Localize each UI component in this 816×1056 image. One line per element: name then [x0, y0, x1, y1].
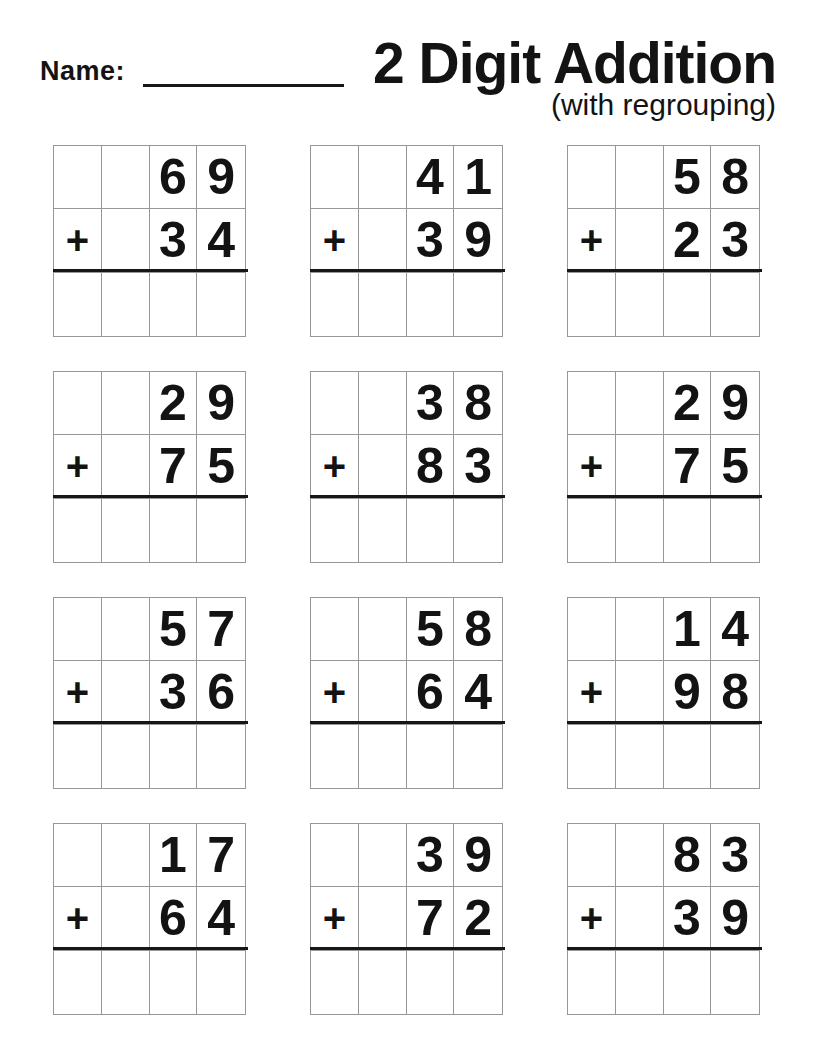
empty-cell — [359, 598, 407, 661]
answer-cell[interactable] — [711, 499, 759, 562]
sum-rule-line — [53, 721, 248, 724]
sum-rule-line — [310, 947, 505, 950]
answer-cell[interactable] — [54, 951, 102, 1014]
sum-rule-line — [53, 495, 248, 498]
answer-cell[interactable] — [711, 725, 759, 788]
top-ones-digit: 9 — [711, 372, 759, 435]
sum-rule-line — [567, 495, 762, 498]
plus-operator: + — [54, 209, 102, 272]
empty-cell — [102, 435, 150, 498]
addition-problem-3: 58+23 — [567, 145, 760, 337]
empty-cell — [102, 209, 150, 272]
empty-cell — [102, 661, 150, 724]
bottom-ones-digit: 4 — [197, 887, 245, 950]
sum-rule-line — [53, 269, 248, 272]
top-ones-digit: 8 — [711, 146, 759, 209]
answer-cell[interactable] — [711, 273, 759, 336]
addition-problem-1: 69+34 — [53, 145, 246, 337]
answer-cell[interactable] — [150, 273, 198, 336]
empty-cell — [311, 598, 359, 661]
empty-cell — [311, 824, 359, 887]
plus-operator: + — [568, 209, 616, 272]
answer-cell[interactable] — [197, 273, 245, 336]
empty-cell — [568, 146, 616, 209]
bottom-tens-digit: 6 — [407, 661, 455, 724]
answer-cell[interactable] — [454, 725, 502, 788]
empty-cell — [616, 661, 664, 724]
top-ones-digit: 7 — [197, 824, 245, 887]
top-ones-digit: 3 — [711, 824, 759, 887]
plus-operator: + — [311, 887, 359, 950]
empty-cell — [102, 146, 150, 209]
plus-operator: + — [311, 435, 359, 498]
empty-cell — [616, 146, 664, 209]
answer-cell[interactable] — [407, 499, 455, 562]
answer-cell[interactable] — [568, 725, 616, 788]
top-tens-digit: 3 — [407, 372, 455, 435]
answer-cell[interactable] — [359, 273, 407, 336]
answer-cell[interactable] — [102, 273, 150, 336]
answer-cell[interactable] — [616, 273, 664, 336]
addition-problem-11: 39+72 — [310, 823, 503, 1015]
answer-cell[interactable] — [54, 499, 102, 562]
sum-rule-line — [310, 269, 505, 272]
bottom-tens-digit: 3 — [150, 661, 198, 724]
addition-problem-5: 38+83 — [310, 371, 503, 563]
answer-cell[interactable] — [311, 725, 359, 788]
plus-operator: + — [54, 887, 102, 950]
top-ones-digit: 1 — [454, 146, 502, 209]
top-tens-digit: 5 — [150, 598, 198, 661]
answer-cell[interactable] — [197, 725, 245, 788]
bottom-tens-digit: 3 — [150, 209, 198, 272]
bottom-tens-digit: 6 — [150, 887, 198, 950]
bottom-ones-digit: 4 — [197, 209, 245, 272]
addition-problem-4: 29+75 — [53, 371, 246, 563]
page-subtitle: (with regrouping) — [551, 88, 776, 122]
bottom-ones-digit: 9 — [711, 887, 759, 950]
bottom-ones-digit: 5 — [197, 435, 245, 498]
answer-cell[interactable] — [359, 499, 407, 562]
bottom-ones-digit: 5 — [711, 435, 759, 498]
answer-cell[interactable] — [616, 499, 664, 562]
addition-problem-6: 29+75 — [567, 371, 760, 563]
top-tens-digit: 3 — [407, 824, 455, 887]
answer-cell[interactable] — [150, 951, 198, 1014]
answer-cell[interactable] — [454, 951, 502, 1014]
empty-cell — [568, 824, 616, 887]
answer-cell[interactable] — [150, 725, 198, 788]
bottom-tens-digit: 8 — [407, 435, 455, 498]
answer-cell[interactable] — [407, 725, 455, 788]
answer-cell[interactable] — [568, 499, 616, 562]
sum-rule-line — [53, 947, 248, 950]
addition-problem-10: 17+64 — [53, 823, 246, 1015]
top-ones-digit: 8 — [454, 598, 502, 661]
top-tens-digit: 2 — [150, 372, 198, 435]
top-ones-digit: 4 — [711, 598, 759, 661]
answer-cell[interactable] — [664, 951, 712, 1014]
answer-cell[interactable] — [664, 499, 712, 562]
empty-cell — [311, 372, 359, 435]
top-ones-digit: 9 — [197, 146, 245, 209]
bottom-tens-digit: 7 — [150, 435, 198, 498]
name-label: Name: — [40, 56, 125, 87]
addition-problem-7: 57+36 — [53, 597, 246, 789]
answer-cell[interactable] — [311, 273, 359, 336]
answer-cell[interactable] — [407, 951, 455, 1014]
empty-cell — [616, 435, 664, 498]
answer-cell[interactable] — [197, 951, 245, 1014]
bottom-ones-digit: 2 — [454, 887, 502, 950]
answer-cell[interactable] — [616, 725, 664, 788]
empty-cell — [359, 887, 407, 950]
empty-cell — [54, 146, 102, 209]
bottom-ones-digit: 4 — [454, 661, 502, 724]
empty-cell — [568, 598, 616, 661]
answer-cell[interactable] — [407, 273, 455, 336]
bottom-tens-digit: 2 — [664, 209, 712, 272]
empty-cell — [616, 824, 664, 887]
empty-cell — [359, 435, 407, 498]
answer-cell[interactable] — [311, 499, 359, 562]
answer-cell[interactable] — [102, 499, 150, 562]
plus-operator: + — [311, 661, 359, 724]
plus-operator: + — [568, 435, 616, 498]
bottom-ones-digit: 8 — [711, 661, 759, 724]
bottom-tens-digit: 7 — [407, 887, 455, 950]
empty-cell — [54, 372, 102, 435]
bottom-tens-digit: 3 — [664, 887, 712, 950]
empty-cell — [359, 372, 407, 435]
addition-problem-12: 83+39 — [567, 823, 760, 1015]
top-ones-digit: 7 — [197, 598, 245, 661]
answer-cell[interactable] — [664, 273, 712, 336]
bottom-ones-digit: 3 — [454, 435, 502, 498]
empty-cell — [616, 598, 664, 661]
empty-cell — [102, 887, 150, 950]
plus-operator: + — [568, 661, 616, 724]
empty-cell — [102, 372, 150, 435]
answer-cell[interactable] — [102, 725, 150, 788]
answer-cell[interactable] — [568, 951, 616, 1014]
answer-cell[interactable] — [54, 725, 102, 788]
plus-operator: + — [311, 209, 359, 272]
empty-cell — [102, 598, 150, 661]
plus-operator: + — [54, 435, 102, 498]
empty-cell — [359, 824, 407, 887]
answer-cell[interactable] — [359, 725, 407, 788]
top-tens-digit: 4 — [407, 146, 455, 209]
sum-rule-line — [310, 495, 505, 498]
answer-cell[interactable] — [711, 951, 759, 1014]
top-ones-digit: 9 — [454, 824, 502, 887]
name-blank-line[interactable] — [143, 84, 344, 87]
answer-cell[interactable] — [102, 951, 150, 1014]
answer-cell[interactable] — [568, 273, 616, 336]
empty-cell — [102, 824, 150, 887]
empty-cell — [311, 146, 359, 209]
empty-cell — [616, 209, 664, 272]
sum-rule-line — [310, 721, 505, 724]
bottom-tens-digit: 9 — [664, 661, 712, 724]
top-tens-digit: 2 — [664, 372, 712, 435]
answer-cell[interactable] — [54, 273, 102, 336]
answer-cell[interactable] — [311, 951, 359, 1014]
sum-rule-line — [567, 269, 762, 272]
empty-cell — [359, 209, 407, 272]
empty-cell — [359, 146, 407, 209]
top-ones-digit: 9 — [197, 372, 245, 435]
bottom-ones-digit: 6 — [197, 661, 245, 724]
top-tens-digit: 1 — [664, 598, 712, 661]
worksheet-page: Name: 2 Digit Addition (with regrouping)… — [0, 0, 816, 1056]
top-tens-digit: 6 — [150, 146, 198, 209]
answer-cell[interactable] — [664, 725, 712, 788]
empty-cell — [568, 372, 616, 435]
bottom-tens-digit: 7 — [664, 435, 712, 498]
plus-operator: + — [54, 661, 102, 724]
top-tens-digit: 1 — [150, 824, 198, 887]
answer-cell[interactable] — [454, 273, 502, 336]
top-tens-digit: 5 — [407, 598, 455, 661]
top-tens-digit: 8 — [664, 824, 712, 887]
answer-cell[interactable] — [616, 951, 664, 1014]
addition-problem-2: 41+39 — [310, 145, 503, 337]
top-tens-digit: 5 — [664, 146, 712, 209]
addition-problem-8: 58+64 — [310, 597, 503, 789]
empty-cell — [616, 372, 664, 435]
empty-cell — [616, 887, 664, 950]
sum-rule-line — [567, 947, 762, 950]
bottom-tens-digit: 3 — [407, 209, 455, 272]
empty-cell — [54, 598, 102, 661]
answer-cell[interactable] — [150, 499, 198, 562]
empty-cell — [359, 661, 407, 724]
answer-cell[interactable] — [197, 499, 245, 562]
bottom-ones-digit: 9 — [454, 209, 502, 272]
plus-operator: + — [568, 887, 616, 950]
top-ones-digit: 8 — [454, 372, 502, 435]
bottom-ones-digit: 3 — [711, 209, 759, 272]
problems-grid: 69+3441+3958+2329+7538+8329+7557+3658+64… — [53, 145, 760, 1015]
addition-problem-9: 14+98 — [567, 597, 760, 789]
page-title: 2 Digit Addition — [373, 30, 776, 96]
empty-cell — [54, 824, 102, 887]
answer-cell[interactable] — [359, 951, 407, 1014]
sum-rule-line — [567, 721, 762, 724]
answer-cell[interactable] — [454, 499, 502, 562]
